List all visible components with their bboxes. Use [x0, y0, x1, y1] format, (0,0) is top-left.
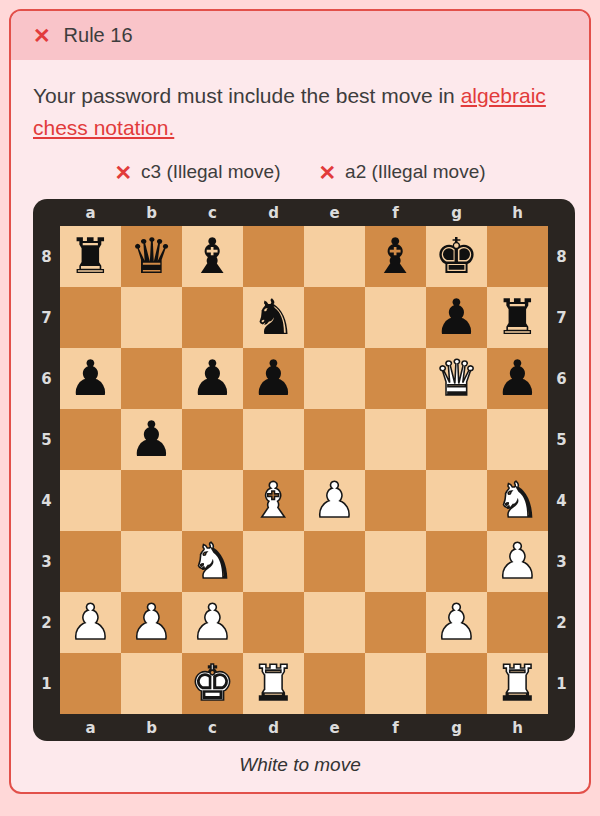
white-rook: ♜ [496, 659, 540, 708]
rank-label-5-right: 5 [548, 409, 575, 470]
square-a5 [60, 409, 121, 470]
rank-label-4-left: 4 [33, 470, 60, 531]
file-label-d-bottom: d [243, 714, 304, 741]
square-d5 [243, 409, 304, 470]
square-a6: ♟ [60, 348, 121, 409]
square-e7 [304, 287, 365, 348]
square-f7 [365, 287, 426, 348]
square-f2 [365, 592, 426, 653]
black-bishop: ♝ [191, 232, 235, 281]
rank-label-6-right: 6 [548, 348, 575, 409]
error-label: a2 (Illegal move) [345, 161, 485, 183]
black-pawn: ♟ [130, 415, 174, 464]
rank-label-3-right: 3 [548, 531, 575, 592]
file-label-c-bottom: c [182, 714, 243, 741]
square-f6 [365, 348, 426, 409]
rank-label-8-left: 8 [33, 226, 60, 287]
square-f1 [365, 653, 426, 714]
file-label-g-bottom: g [426, 714, 487, 741]
square-b5: ♟ [121, 409, 182, 470]
file-label-h-top: h [487, 199, 548, 226]
square-a7 [60, 287, 121, 348]
square-b7 [121, 287, 182, 348]
square-c5 [182, 409, 243, 470]
square-h6: ♟ [487, 348, 548, 409]
black-pawn: ♟ [496, 354, 540, 403]
square-c2: ♟ [182, 592, 243, 653]
square-b3 [121, 531, 182, 592]
square-d8 [243, 226, 304, 287]
square-g2: ♟ [426, 592, 487, 653]
rank-label-3-left: 3 [33, 531, 60, 592]
square-h1: ♜ [487, 653, 548, 714]
square-g5 [426, 409, 487, 470]
white-pawn: ♟ [191, 598, 235, 647]
rule-card: ✕ Rule 16 Your password must include the… [9, 9, 591, 794]
rule-description: Your password must include the best move… [33, 80, 567, 143]
white-queen: ♛ [435, 354, 479, 403]
file-label-a-top: a [60, 199, 121, 226]
square-e4: ♟ [304, 470, 365, 531]
error-label: c3 (Illegal move) [141, 161, 280, 183]
square-h3: ♟ [487, 531, 548, 592]
file-label-c-top: c [182, 199, 243, 226]
square-d3 [243, 531, 304, 592]
square-d6: ♟ [243, 348, 304, 409]
square-h8 [487, 226, 548, 287]
rank-label-7-right: 7 [548, 287, 575, 348]
square-g1 [426, 653, 487, 714]
square-c8: ♝ [182, 226, 243, 287]
rule-header: ✕ Rule 16 [11, 11, 589, 60]
black-pawn: ♟ [252, 354, 296, 403]
square-c4 [182, 470, 243, 531]
square-e6 [304, 348, 365, 409]
black-rook: ♜ [496, 293, 540, 342]
rank-label-1-right: 1 [548, 653, 575, 714]
file-label-e-top: e [304, 199, 365, 226]
chess-board: abcdefgh8♜♛♝♝♚87♞♟♜76♟♟♟♛♟65♟54♝♟♞43♞♟32… [33, 199, 575, 741]
frame-corner [33, 199, 60, 226]
file-label-f-top: f [365, 199, 426, 226]
black-pawn: ♟ [435, 293, 479, 342]
file-label-h-bottom: h [487, 714, 548, 741]
rank-label-4-right: 4 [548, 470, 575, 531]
square-f8: ♝ [365, 226, 426, 287]
black-rook: ♜ [69, 232, 113, 281]
rank-label-6-left: 6 [33, 348, 60, 409]
error-list: ✕ c3 (Illegal move) ✕ a2 (Illegal move) [33, 161, 567, 183]
rule-text: Your password must include the best move… [33, 84, 461, 107]
square-e5 [304, 409, 365, 470]
frame-corner [548, 714, 575, 741]
square-h2 [487, 592, 548, 653]
white-pawn: ♟ [313, 476, 357, 525]
square-d2 [243, 592, 304, 653]
black-king: ♚ [435, 232, 479, 281]
square-e8 [304, 226, 365, 287]
white-pawn: ♟ [435, 598, 479, 647]
file-label-b-top: b [121, 199, 182, 226]
square-g8: ♚ [426, 226, 487, 287]
file-label-e-bottom: e [304, 714, 365, 741]
square-c1: ♚ [182, 653, 243, 714]
square-g7: ♟ [426, 287, 487, 348]
square-a2: ♟ [60, 592, 121, 653]
black-pawn: ♟ [69, 354, 113, 403]
square-c3: ♞ [182, 531, 243, 592]
square-g3 [426, 531, 487, 592]
frame-corner [548, 199, 575, 226]
square-f5 [365, 409, 426, 470]
square-d4: ♝ [243, 470, 304, 531]
white-knight: ♞ [191, 537, 235, 586]
white-bishop: ♝ [252, 476, 296, 525]
frame-corner [33, 714, 60, 741]
square-b8: ♛ [121, 226, 182, 287]
white-pawn: ♟ [496, 537, 540, 586]
error-x-icon: ✕ [114, 162, 132, 183]
square-b6 [121, 348, 182, 409]
rule-title: Rule 16 [64, 24, 133, 47]
square-d7: ♞ [243, 287, 304, 348]
square-d1: ♜ [243, 653, 304, 714]
square-e3 [304, 531, 365, 592]
black-knight: ♞ [252, 293, 296, 342]
file-label-f-bottom: f [365, 714, 426, 741]
square-a4 [60, 470, 121, 531]
square-h5 [487, 409, 548, 470]
square-c7 [182, 287, 243, 348]
error-x-icon: ✕ [33, 25, 51, 46]
file-label-g-top: g [426, 199, 487, 226]
black-queen: ♛ [130, 232, 174, 281]
square-b4 [121, 470, 182, 531]
square-b1 [121, 653, 182, 714]
error-x-icon: ✕ [318, 162, 336, 183]
file-label-b-bottom: b [121, 714, 182, 741]
rank-label-7-left: 7 [33, 287, 60, 348]
white-rook: ♜ [252, 659, 296, 708]
black-pawn: ♟ [191, 354, 235, 403]
white-king: ♚ [191, 659, 235, 708]
square-g6: ♛ [426, 348, 487, 409]
white-knight: ♞ [496, 476, 540, 525]
square-f3 [365, 531, 426, 592]
square-a8: ♜ [60, 226, 121, 287]
white-pawn: ♟ [130, 598, 174, 647]
error-item: ✕ a2 (Illegal move) [318, 161, 485, 183]
rank-label-2-right: 2 [548, 592, 575, 653]
rank-label-5-left: 5 [33, 409, 60, 470]
square-a1 [60, 653, 121, 714]
rank-label-8-right: 8 [548, 226, 575, 287]
square-a3 [60, 531, 121, 592]
file-label-d-top: d [243, 199, 304, 226]
white-pawn: ♟ [69, 598, 113, 647]
square-e1 [304, 653, 365, 714]
rule-body: Your password must include the best move… [11, 60, 589, 792]
square-h7: ♜ [487, 287, 548, 348]
square-b2: ♟ [121, 592, 182, 653]
black-bishop: ♝ [374, 232, 418, 281]
turn-indicator: White to move [33, 754, 567, 776]
square-g4 [426, 470, 487, 531]
rank-label-2-left: 2 [33, 592, 60, 653]
square-c6: ♟ [182, 348, 243, 409]
square-e2 [304, 592, 365, 653]
square-h4: ♞ [487, 470, 548, 531]
file-label-a-bottom: a [60, 714, 121, 741]
rank-label-1-left: 1 [33, 653, 60, 714]
error-item: ✕ c3 (Illegal move) [114, 161, 280, 183]
square-f4 [365, 470, 426, 531]
